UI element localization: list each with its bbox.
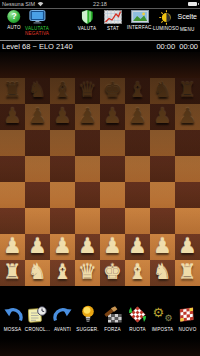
square-g8[interactable]: ♞ — [150, 78, 175, 104]
square-h4[interactable] — [175, 182, 200, 208]
black-king[interactable]: ♚ — [103, 77, 122, 103]
brightness-label: LUMINOSO — [153, 26, 179, 31]
white-rook[interactable]: ♜ — [178, 259, 197, 285]
game-clocks: 00:0000:00 — [152, 42, 198, 51]
brightness-button[interactable]: LUMINOSO — [153, 9, 179, 31]
chart-icon — [104, 10, 122, 24]
black-pawn[interactable]: ♟ — [3, 103, 22, 129]
undo-arrow-icon — [3, 306, 23, 323]
square-a6[interactable] — [0, 130, 25, 156]
white-bishop[interactable]: ♝ — [128, 259, 147, 285]
new-game-label: NUOVO — [179, 327, 197, 333]
white-bishop[interactable]: ♝ — [53, 259, 72, 285]
square-e1[interactable]: ♚ — [100, 260, 125, 286]
top-toolbar: ? AUTO VALUTATA NEGATIVA VALUTA — [0, 9, 200, 40]
evaluation-label2: NEGATIVA — [25, 31, 49, 36]
white-pawn[interactable]: ♟ — [28, 233, 47, 259]
square-b1[interactable]: ♞ — [25, 260, 50, 286]
square-d2[interactable]: ♟ — [75, 234, 100, 260]
square-e4[interactable] — [100, 182, 125, 208]
square-d6[interactable] — [75, 130, 100, 156]
white-clock: 00:00 — [156, 42, 175, 51]
square-h2[interactable]: ♟ — [175, 234, 200, 260]
new-game-icon — [178, 306, 197, 323]
black-pawn[interactable]: ♟ — [78, 103, 97, 129]
settings-label: IMPOSTA — [152, 327, 174, 333]
redo-label: AVANTI — [54, 327, 71, 333]
valuta-label: VALUTA — [78, 26, 96, 31]
black-bishop[interactable]: ♝ — [53, 77, 72, 103]
white-pawn[interactable]: ♟ — [78, 233, 97, 259]
square-c3[interactable] — [50, 208, 75, 234]
gears-icon: ⚙⚙ — [153, 305, 173, 325]
square-b5[interactable] — [25, 156, 50, 182]
evaluation-button[interactable]: VALUTATA NEGATIVA — [25, 9, 49, 36]
white-queen[interactable]: ♛ — [78, 259, 97, 285]
square-f8[interactable]: ♝ — [125, 78, 150, 104]
black-pawn[interactable]: ♟ — [153, 103, 172, 129]
square-f1[interactable]: ♝ — [125, 260, 150, 286]
level-elo-label: Level 68 ~ ELO 2140 — [2, 42, 73, 51]
white-king[interactable]: ♚ — [103, 259, 122, 285]
square-f7[interactable]: ♟ — [125, 104, 150, 130]
bottom-toolbar: MOSSA CRONOL... AVANTI — [0, 286, 200, 356]
help-icon: ? — [7, 10, 20, 23]
square-a1[interactable]: ♜ — [0, 260, 25, 286]
force-move-button[interactable]: FORZA — [100, 304, 125, 333]
white-pawn[interactable]: ♟ — [178, 233, 197, 259]
black-clock: 00:00 — [179, 42, 198, 51]
square-a8[interactable]: ♜ — [0, 78, 25, 104]
board-rim — [0, 52, 200, 78]
square-a5[interactable] — [0, 156, 25, 182]
black-knight[interactable]: ♞ — [153, 77, 172, 103]
square-e6[interactable] — [100, 130, 125, 156]
force-label: FORZA — [104, 327, 121, 333]
black-pawn[interactable]: ♟ — [178, 103, 197, 129]
scelte-menu-button[interactable]: Scelte MENU — [178, 9, 197, 32]
menu-label: MENU — [180, 27, 194, 32]
square-a2[interactable]: ♟ — [0, 234, 25, 260]
square-e2[interactable]: ♟ — [100, 234, 125, 260]
history-button[interactable]: CRONOL... — [25, 304, 50, 333]
history-icon — [28, 306, 47, 323]
history-label: CRONOL... — [25, 327, 50, 333]
black-pawn[interactable]: ♟ — [53, 103, 72, 129]
undo-label: MOSSA — [4, 327, 22, 333]
picture-icon — [131, 10, 149, 23]
square-h6[interactable] — [175, 130, 200, 156]
square-f6[interactable] — [125, 130, 150, 156]
bulb-icon — [81, 305, 95, 324]
white-pawn[interactable]: ♟ — [103, 233, 122, 259]
app-screen: Nessuna SIM 22:18 ? AUTO VALUTATA NEGATI… — [0, 0, 200, 356]
interface-button[interactable]: INTERFAC. — [127, 9, 153, 30]
white-knight[interactable]: ♞ — [153, 259, 172, 285]
square-d5[interactable] — [75, 156, 100, 182]
interface-label: INTERFAC. — [127, 25, 153, 30]
auto-button[interactable]: ? AUTO — [7, 9, 20, 30]
rotate-board-icon — [128, 305, 147, 324]
square-h7[interactable]: ♟ — [175, 104, 200, 130]
info-bar: Level 68 ~ ELO 2140 00:0000:00 — [0, 40, 200, 52]
square-g6[interactable] — [150, 130, 175, 156]
square-g5[interactable] — [150, 156, 175, 182]
square-e8[interactable]: ♚ — [100, 78, 125, 104]
status-bar: Nessuna SIM 22:18 — [0, 0, 200, 9]
square-a4[interactable] — [0, 182, 25, 208]
square-g7[interactable]: ♟ — [150, 104, 175, 130]
square-h5[interactable] — [175, 156, 200, 182]
square-f3[interactable] — [125, 208, 150, 234]
square-c7[interactable]: ♟ — [50, 104, 75, 130]
redo-arrow-icon — [53, 306, 73, 323]
square-c8[interactable]: ♝ — [50, 78, 75, 104]
white-pawn[interactable]: ♟ — [153, 233, 172, 259]
square-d8[interactable]: ♛ — [75, 78, 100, 104]
hint-button[interactable]: SUGGER. — [75, 304, 100, 333]
monitor-icon — [29, 10, 46, 24]
square-g3[interactable] — [150, 208, 175, 234]
square-f5[interactable] — [125, 156, 150, 182]
stat-label: STAT — [107, 26, 119, 31]
square-e7[interactable]: ♟ — [100, 104, 125, 130]
white-pawn[interactable]: ♟ — [53, 233, 72, 259]
square-b8[interactable]: ♞ — [25, 78, 50, 104]
redo-move-button[interactable]: AVANTI — [50, 304, 75, 333]
square-b3[interactable] — [25, 208, 50, 234]
square-b4[interactable] — [25, 182, 50, 208]
settings-button[interactable]: ⚙⚙ IMPOSTA — [150, 304, 175, 333]
square-c1[interactable]: ♝ — [50, 260, 75, 286]
square-d7[interactable]: ♟ — [75, 104, 100, 130]
black-rook[interactable]: ♜ — [178, 77, 197, 103]
square-d1[interactable]: ♛ — [75, 260, 100, 286]
square-e3[interactable] — [100, 208, 125, 234]
square-g2[interactable]: ♟ — [150, 234, 175, 260]
black-rook[interactable]: ♜ — [3, 77, 22, 103]
black-queen[interactable]: ♛ — [78, 77, 97, 103]
black-bishop[interactable]: ♝ — [128, 77, 147, 103]
square-h3[interactable] — [175, 208, 200, 234]
square-g4[interactable] — [150, 182, 175, 208]
white-pawn[interactable]: ♟ — [3, 233, 22, 259]
square-d4[interactable] — [75, 182, 100, 208]
square-a7[interactable]: ♟ — [0, 104, 25, 130]
square-b2[interactable]: ♟ — [25, 234, 50, 260]
square-e5[interactable] — [100, 156, 125, 182]
stat-button[interactable]: STAT — [104, 9, 122, 31]
square-c2[interactable]: ♟ — [50, 234, 75, 260]
square-c6[interactable] — [50, 130, 75, 156]
valuta-button[interactable]: VALUTA — [78, 9, 96, 31]
white-knight[interactable]: ♞ — [28, 259, 47, 285]
auto-label: AUTO — [7, 25, 20, 30]
square-h8[interactable]: ♜ — [175, 78, 200, 104]
clock-time: 22:18 — [0, 0, 200, 8]
black-knight[interactable]: ♞ — [28, 77, 47, 103]
square-h1[interactable]: ♜ — [175, 260, 200, 286]
black-pawn[interactable]: ♟ — [128, 103, 147, 129]
chess-board[interactable]: ♜♞♝♛♚♝♞♜♟♟♟♟♟♟♟♟♟♟♟♟♟♟♟♟♜♞♝♛♚♝♞♜ — [0, 78, 200, 286]
square-c5[interactable] — [50, 156, 75, 182]
force-icon — [103, 306, 122, 323]
scelte-text: Scelte — [178, 9, 197, 25]
brightness-icon — [158, 10, 173, 25]
square-g1[interactable]: ♞ — [150, 260, 175, 286]
white-rook[interactable]: ♜ — [3, 259, 22, 285]
shield-icon — [81, 10, 92, 24]
rotate-label: RUOTA — [129, 327, 146, 333]
black-pawn[interactable]: ♟ — [28, 103, 47, 129]
square-a3[interactable] — [0, 208, 25, 234]
white-pawn[interactable]: ♟ — [128, 233, 147, 259]
square-d3[interactable] — [75, 208, 100, 234]
new-game-button[interactable]: NUOVO — [175, 304, 200, 333]
square-c4[interactable] — [50, 182, 75, 208]
battery-icon — [188, 2, 197, 6]
square-b6[interactable] — [25, 130, 50, 156]
square-b7[interactable]: ♟ — [25, 104, 50, 130]
rotate-board-button[interactable]: RUOTA — [125, 304, 150, 333]
undo-move-button[interactable]: MOSSA — [0, 304, 25, 333]
hint-label: SUGGER. — [76, 327, 99, 333]
black-pawn[interactable]: ♟ — [103, 103, 122, 129]
square-f4[interactable] — [125, 182, 150, 208]
square-f2[interactable]: ♟ — [125, 234, 150, 260]
